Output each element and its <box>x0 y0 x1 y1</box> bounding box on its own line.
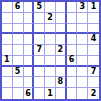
cell-r6c3[interactable] <box>24 56 35 67</box>
cell-r6c5[interactable] <box>45 56 56 67</box>
cell-r3c9[interactable] <box>88 24 99 35</box>
cell-r5c6[interactable]: 2 <box>56 45 67 56</box>
cell-r3c8[interactable] <box>77 24 88 35</box>
cell-r2c1[interactable] <box>2 13 13 24</box>
cell-r1c1[interactable] <box>2 2 13 13</box>
cell-r1c7[interactable] <box>67 2 78 13</box>
cell-r4c8[interactable] <box>77 34 88 45</box>
cell-r3c4[interactable] <box>34 24 45 35</box>
cell-r2c6[interactable] <box>56 13 67 24</box>
cell-r4c5[interactable] <box>45 34 56 45</box>
cell-r9c1[interactable] <box>2 88 13 99</box>
cell-r9c2[interactable] <box>13 88 24 99</box>
cell-r3c1[interactable] <box>2 24 13 35</box>
cell-r1c5[interactable] <box>45 2 56 13</box>
cell-r1c2[interactable]: 6 <box>13 2 24 13</box>
cell-r8c3[interactable] <box>24 77 35 88</box>
cell-r9c7[interactable] <box>67 88 78 99</box>
cell-r5c2[interactable] <box>13 45 24 56</box>
cell-r8c7[interactable] <box>67 77 78 88</box>
cell-r5c5[interactable] <box>45 45 56 56</box>
cell-r3c3[interactable] <box>24 24 35 35</box>
cell-r6c6[interactable] <box>56 56 67 67</box>
cell-r8c2[interactable] <box>13 77 24 88</box>
cell-r1c3[interactable] <box>24 2 35 13</box>
cell-r1c8[interactable]: 3 <box>77 2 88 13</box>
cell-r1c4[interactable]: 5 <box>34 2 45 13</box>
cell-r1c9[interactable]: 1 <box>88 2 99 13</box>
cell-r6c8[interactable] <box>77 56 88 67</box>
cell-r4c7[interactable] <box>67 34 78 45</box>
cell-r2c5[interactable]: 2 <box>45 13 56 24</box>
cell-r8c4[interactable] <box>34 77 45 88</box>
cell-r8c6[interactable]: 8 <box>56 77 67 88</box>
cell-r9c5[interactable]: 1 <box>45 88 56 99</box>
cell-r3c7[interactable] <box>67 24 78 35</box>
cell-r4c4[interactable] <box>34 34 45 45</box>
sudoku-board: 6531247216578612 <box>0 0 101 101</box>
cell-r7c6[interactable] <box>56 67 67 78</box>
cell-r1c6[interactable] <box>56 2 67 13</box>
cell-r4c2[interactable] <box>13 34 24 45</box>
cell-r7c2[interactable]: 5 <box>13 67 24 78</box>
cell-r8c9[interactable] <box>88 77 99 88</box>
cell-r8c1[interactable] <box>2 77 13 88</box>
cell-r6c1[interactable]: 1 <box>2 56 13 67</box>
cell-r4c3[interactable] <box>24 34 35 45</box>
cell-r4c1[interactable] <box>2 34 13 45</box>
cell-r4c6[interactable] <box>56 34 67 45</box>
cell-r6c9[interactable] <box>88 56 99 67</box>
cell-r2c7[interactable] <box>67 13 78 24</box>
cell-r7c7[interactable] <box>67 67 78 78</box>
cell-r6c4[interactable] <box>34 56 45 67</box>
cell-r9c6[interactable] <box>56 88 67 99</box>
cell-r6c2[interactable] <box>13 56 24 67</box>
cell-r6c7[interactable]: 6 <box>67 56 78 67</box>
cell-r7c4[interactable] <box>34 67 45 78</box>
cell-r8c5[interactable] <box>45 77 56 88</box>
cell-r5c1[interactable] <box>2 45 13 56</box>
cell-r9c4[interactable] <box>34 88 45 99</box>
cell-r9c3[interactable]: 6 <box>24 88 35 99</box>
cell-r7c8[interactable] <box>77 67 88 78</box>
cell-r5c8[interactable] <box>77 45 88 56</box>
cell-r7c3[interactable] <box>24 67 35 78</box>
cell-r5c3[interactable] <box>24 45 35 56</box>
cell-r2c3[interactable] <box>24 13 35 24</box>
cell-r5c4[interactable]: 7 <box>34 45 45 56</box>
cell-r5c9[interactable] <box>88 45 99 56</box>
cell-r7c9[interactable]: 7 <box>88 67 99 78</box>
cell-r2c8[interactable] <box>77 13 88 24</box>
cell-r7c5[interactable] <box>45 67 56 78</box>
cell-r5c7[interactable] <box>67 45 78 56</box>
cell-r7c1[interactable] <box>2 67 13 78</box>
cell-r3c2[interactable] <box>13 24 24 35</box>
cell-r3c6[interactable] <box>56 24 67 35</box>
cell-r9c9[interactable]: 2 <box>88 88 99 99</box>
cell-r2c2[interactable] <box>13 13 24 24</box>
cell-r9c8[interactable] <box>77 88 88 99</box>
cell-r8c8[interactable] <box>77 77 88 88</box>
cell-r4c9[interactable]: 4 <box>88 34 99 45</box>
cell-r2c9[interactable] <box>88 13 99 24</box>
cell-r2c4[interactable] <box>34 13 45 24</box>
cell-r3c5[interactable] <box>45 24 56 35</box>
